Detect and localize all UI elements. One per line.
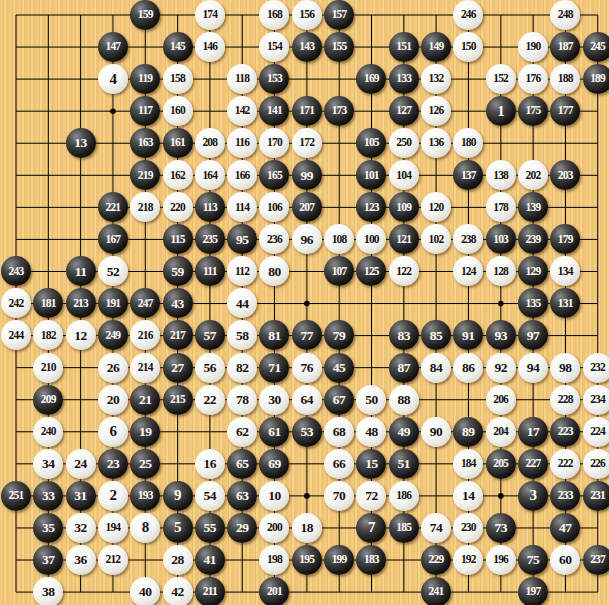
stone-black[interactable]: 37: [33, 545, 63, 575]
move-number: 17: [527, 424, 540, 438]
stone-white[interactable]: 4: [98, 64, 128, 94]
stone-white[interactable]: 204: [486, 417, 516, 447]
stone-white[interactable]: 136: [421, 128, 451, 158]
stone-black[interactable]: 1: [486, 96, 516, 126]
stone-white[interactable]: 18: [292, 513, 322, 543]
stone-white[interactable]: 40: [130, 577, 160, 605]
stone-black[interactable]: 185: [389, 513, 419, 543]
stone-black[interactable]: 157: [324, 0, 354, 30]
move-number: 234: [590, 393, 605, 405]
stone-white[interactable]: 120: [421, 192, 451, 222]
stone-black[interactable]: 207: [292, 192, 322, 222]
move-number: 76: [301, 360, 314, 374]
stone-white[interactable]: 90: [421, 417, 451, 447]
stone-black[interactable]: 119: [130, 64, 160, 94]
move-number: 138: [493, 169, 508, 181]
stone-black[interactable]: 23: [98, 449, 128, 479]
stone-black[interactable]: 141: [259, 96, 289, 126]
stone-white[interactable]: 8: [130, 513, 160, 543]
stone-white[interactable]: 52: [98, 256, 128, 286]
stone-black[interactable]: 171: [292, 96, 322, 126]
stone-white[interactable]: 184: [453, 449, 483, 479]
stone-white[interactable]: 154: [259, 32, 289, 62]
stone-white[interactable]: 180: [453, 128, 483, 158]
stone-white[interactable]: 194: [98, 513, 128, 543]
move-number: 207: [299, 201, 314, 213]
stone-white[interactable]: 146: [195, 32, 225, 62]
stone-black[interactable]: 43: [163, 288, 193, 318]
stone-white[interactable]: 200: [259, 513, 289, 543]
move-number: 65: [236, 456, 249, 470]
stone-black[interactable]: 211: [195, 577, 225, 605]
stone-black[interactable]: 35: [33, 513, 63, 543]
stone-black[interactable]: 203: [550, 160, 580, 190]
stone-black[interactable]: 165: [259, 160, 289, 190]
stone-black[interactable]: 103: [486, 224, 516, 254]
move-number: 172: [299, 137, 314, 149]
stone-white[interactable]: 240: [33, 417, 63, 447]
stone-black[interactable]: 167: [98, 224, 128, 254]
move-number: 245: [590, 41, 605, 53]
move-number: 228: [558, 393, 573, 405]
stone-black[interactable]: 187: [550, 32, 580, 62]
stone-black[interactable]: 13: [66, 128, 96, 158]
move-number: 26: [107, 360, 120, 374]
move-number: 121: [396, 233, 411, 245]
move-number: 198: [267, 554, 282, 566]
stone-black[interactable]: 217: [163, 320, 193, 350]
stone-white[interactable]: 192: [453, 545, 483, 575]
stone-black[interactable]: 95: [227, 224, 257, 254]
stone-black[interactable]: 49: [389, 417, 419, 447]
move-number: 210: [41, 361, 56, 373]
stone-black[interactable]: 177: [550, 96, 580, 126]
stone-white[interactable]: 152: [486, 64, 516, 94]
stone-white[interactable]: 84: [421, 353, 451, 383]
stone-black[interactable]: 79: [324, 320, 354, 350]
stone-white[interactable]: 44: [227, 288, 257, 318]
stone-black[interactable]: 209: [33, 385, 63, 415]
stone-black[interactable]: 195: [292, 545, 322, 575]
stone-white[interactable]: 198: [259, 545, 289, 575]
stone-white[interactable]: 60: [550, 545, 580, 575]
stone-white[interactable]: 38: [33, 577, 63, 605]
stone-white[interactable]: 54: [195, 481, 225, 511]
move-number: 199: [332, 554, 347, 566]
stone-black[interactable]: 175: [518, 96, 548, 126]
move-number: 197: [526, 586, 541, 598]
stone-black[interactable]: 5: [163, 513, 193, 543]
move-number: 166: [235, 169, 250, 181]
stone-black[interactable]: 101: [356, 160, 386, 190]
stone-white[interactable]: 208: [195, 128, 225, 158]
stone-black[interactable]: 91: [453, 320, 483, 350]
stone-black[interactable]: 55: [195, 513, 225, 543]
stone-white[interactable]: 220: [163, 192, 193, 222]
stone-white[interactable]: 172: [292, 128, 322, 158]
stone-black[interactable]: 109: [389, 192, 419, 222]
stone-black[interactable]: 153: [259, 64, 289, 94]
move-number: 41: [204, 553, 217, 567]
stone-white[interactable]: 202: [518, 160, 548, 190]
stone-black[interactable]: 197: [518, 577, 548, 605]
stone-black[interactable]: 199: [324, 545, 354, 575]
stone-black[interactable]: 243: [1, 256, 31, 286]
stone-white[interactable]: 76: [292, 353, 322, 383]
stone-black[interactable]: 77: [292, 320, 322, 350]
stone-white[interactable]: 188: [550, 64, 580, 94]
stone-black[interactable]: 163: [130, 128, 160, 158]
stone-white[interactable]: 36: [66, 545, 96, 575]
stone-white[interactable]: 212: [98, 545, 128, 575]
move-number: 118: [235, 73, 249, 85]
stone-black[interactable]: 247: [130, 288, 160, 318]
stone-black[interactable]: 251: [1, 481, 31, 511]
stone-white[interactable]: 246: [453, 0, 483, 30]
stone-white[interactable]: 248: [550, 0, 580, 30]
stone-black[interactable]: 219: [130, 160, 160, 190]
move-number: 157: [332, 9, 347, 21]
stone-white[interactable]: 2: [98, 481, 128, 511]
stone-black[interactable]: 129: [518, 256, 548, 286]
move-number: 201: [267, 586, 282, 598]
stone-white[interactable]: 82: [227, 353, 257, 383]
stone-black[interactable]: 97: [518, 320, 548, 350]
stone-black[interactable]: 25: [130, 449, 160, 479]
stone-white[interactable]: 48: [356, 417, 386, 447]
stone-black[interactable]: 159: [130, 0, 160, 30]
move-number: 150: [461, 41, 476, 53]
move-number: 108: [332, 233, 347, 245]
stone-white[interactable]: 92: [486, 353, 516, 383]
stone-black[interactable]: 93: [486, 320, 516, 350]
stone-white[interactable]: 30: [259, 385, 289, 415]
stone-black[interactable]: 3: [518, 481, 548, 511]
stone-white[interactable]: 68: [324, 417, 354, 447]
stone-black[interactable]: 85: [421, 320, 451, 350]
stone-white[interactable]: 80: [259, 256, 289, 286]
stone-black[interactable]: 69: [259, 449, 289, 479]
stone-black[interactable]: 223: [550, 417, 580, 447]
stone-black[interactable]: 245: [583, 32, 609, 62]
stone-black[interactable]: 147: [98, 32, 128, 62]
stone-black[interactable]: 117: [130, 96, 160, 126]
move-number: 227: [526, 457, 541, 469]
stone-white[interactable]: 12: [66, 320, 96, 350]
stone-black[interactable]: 143: [292, 32, 322, 62]
move-number: 174: [202, 9, 217, 21]
move-number: 222: [558, 457, 573, 469]
stone-white[interactable]: 70: [324, 481, 354, 511]
stone-black[interactable]: 127: [389, 96, 419, 126]
stone-black[interactable]: 41: [195, 545, 225, 575]
stone-white[interactable]: 196: [486, 545, 516, 575]
move-number: 107: [332, 265, 347, 277]
stone-white[interactable]: 218: [130, 192, 160, 222]
move-number: 125: [364, 265, 379, 277]
move-number: 28: [171, 553, 184, 567]
move-number: 185: [396, 522, 411, 534]
stone-black[interactable]: 87: [389, 353, 419, 383]
stone-white[interactable]: 228: [550, 385, 580, 415]
stone-white[interactable]: 234: [583, 385, 609, 415]
stone-white[interactable]: 124: [453, 256, 483, 286]
stone-black[interactable]: 115: [163, 224, 193, 254]
stone-white[interactable]: 244: [1, 320, 31, 350]
stone-black[interactable]: 99: [292, 160, 322, 190]
stone-white[interactable]: 158: [163, 64, 193, 94]
stone-white[interactable]: 186: [389, 481, 419, 511]
stone-black[interactable]: 249: [98, 320, 128, 350]
stone-black[interactable]: 75: [518, 545, 548, 575]
move-number: 169: [364, 73, 379, 85]
stone-white[interactable]: 94: [518, 353, 548, 383]
stone-black[interactable]: 191: [98, 288, 128, 318]
move-number: 137: [461, 169, 476, 181]
stone-white[interactable]: 216: [130, 320, 160, 350]
stone-black[interactable]: 17: [518, 417, 548, 447]
stone-black[interactable]: 59: [163, 256, 193, 286]
stone-black[interactable]: 81: [259, 320, 289, 350]
stone-white[interactable]: 182: [33, 320, 63, 350]
stone-white[interactable]: 62: [227, 417, 257, 447]
stone-white[interactable]: 78: [227, 385, 257, 415]
stone-black[interactable]: 241: [421, 577, 451, 605]
stone-black[interactable]: 29: [227, 513, 257, 543]
stone-white[interactable]: 22: [195, 385, 225, 415]
stone-white[interactable]: 114: [227, 192, 257, 222]
stone-white[interactable]: 164: [195, 160, 225, 190]
stone-white[interactable]: 178: [486, 192, 516, 222]
stone-white[interactable]: 34: [33, 449, 63, 479]
stone-white[interactable]: 156: [292, 0, 322, 30]
stone-white[interactable]: 74: [421, 513, 451, 543]
stone-black[interactable]: 131: [550, 288, 580, 318]
stone-white[interactable]: 56: [195, 353, 225, 383]
stone-white[interactable]: 126: [421, 96, 451, 126]
move-number: 131: [558, 297, 573, 309]
stone-white[interactable]: 160: [163, 96, 193, 126]
stone-black[interactable]: 67: [324, 385, 354, 415]
stone-black[interactable]: 125: [356, 256, 386, 286]
stone-white[interactable]: 142: [227, 96, 257, 126]
go-board[interactable]: 1591741681561572462481471451461541431551…: [0, 0, 609, 605]
move-number: 43: [171, 296, 184, 310]
stone-black[interactable]: 123: [356, 192, 386, 222]
move-number: 1: [497, 103, 504, 118]
stone-black[interactable]: 63: [227, 481, 257, 511]
stone-black[interactable]: 133: [389, 64, 419, 94]
move-number: 195: [299, 554, 314, 566]
stone-white[interactable]: 250: [389, 128, 419, 158]
stone-white[interactable]: 14: [453, 481, 483, 511]
move-number: 182: [41, 329, 56, 341]
stone-black[interactable]: 21: [130, 385, 160, 415]
stone-white[interactable]: 232: [583, 353, 609, 383]
stone-white[interactable]: 230: [453, 513, 483, 543]
stone-black[interactable]: 135: [518, 288, 548, 318]
stone-white[interactable]: 242: [1, 288, 31, 318]
stone-white[interactable]: 150: [453, 32, 483, 62]
stone-white[interactable]: 116: [227, 128, 257, 158]
stone-black[interactable]: 111: [195, 256, 225, 286]
stone-white[interactable]: 64: [292, 385, 322, 415]
stone-black[interactable]: 233: [550, 481, 580, 511]
move-number: 105: [364, 137, 379, 149]
stone-white[interactable]: 42: [163, 577, 193, 605]
stone-black[interactable]: 227: [518, 449, 548, 479]
stone-black[interactable]: 31: [66, 481, 96, 511]
stone-white[interactable]: 86: [453, 353, 483, 383]
stone-black[interactable]: 61: [259, 417, 289, 447]
move-number: 72: [365, 488, 378, 502]
stone-white[interactable]: 210: [33, 353, 63, 383]
stone-black[interactable]: 27: [163, 353, 193, 383]
stone-white[interactable]: 132: [421, 64, 451, 94]
stone-white[interactable]: 108: [324, 224, 354, 254]
stone-black[interactable]: 107: [324, 256, 354, 286]
stone-black[interactable]: 53: [292, 417, 322, 447]
stone-black[interactable]: 155: [324, 32, 354, 62]
stone-white[interactable]: 118: [227, 64, 257, 94]
stone-white[interactable]: 206: [486, 385, 516, 415]
stone-black[interactable]: 149: [421, 32, 451, 62]
stone-black[interactable]: 71: [259, 353, 289, 383]
stone-white[interactable]: 168: [259, 0, 289, 30]
stone-black[interactable]: 239: [518, 224, 548, 254]
stone-white[interactable]: 226: [583, 449, 609, 479]
stone-white[interactable]: 106: [259, 192, 289, 222]
move-number: 23: [107, 456, 120, 470]
stone-white[interactable]: 112: [227, 256, 257, 286]
move-number: 171: [299, 105, 314, 117]
stone-black[interactable]: 47: [550, 513, 580, 543]
move-number: 223: [558, 425, 573, 437]
stone-black[interactable]: 105: [356, 128, 386, 158]
move-number: 152: [493, 73, 508, 85]
stone-black[interactable]: 231: [583, 481, 609, 511]
stone-white[interactable]: 96: [292, 224, 322, 254]
stone-white[interactable]: 134: [550, 256, 580, 286]
stone-black[interactable]: 9: [163, 481, 193, 511]
stone-black[interactable]: 121: [389, 224, 419, 254]
board-grid[interactable]: 1591741681561572462481471451461541431551…: [0, 0, 609, 605]
move-number: 187: [558, 41, 573, 53]
stone-white[interactable]: 102: [421, 224, 451, 254]
stone-white[interactable]: 88: [389, 385, 419, 415]
stone-white[interactable]: 214: [130, 353, 160, 383]
stone-white[interactable]: 28: [163, 545, 193, 575]
stone-white[interactable]: 100: [356, 224, 386, 254]
stone-white[interactable]: 190: [518, 32, 548, 62]
stone-white[interactable]: 32: [66, 513, 96, 543]
stone-black[interactable]: 33: [33, 481, 63, 511]
stone-black[interactable]: 151: [389, 32, 419, 62]
stone-black[interactable]: 113: [195, 192, 225, 222]
move-number: 94: [527, 360, 540, 374]
stone-white[interactable]: 6: [98, 417, 128, 447]
stone-white[interactable]: 176: [518, 64, 548, 94]
move-number: 61: [268, 424, 281, 438]
stone-white[interactable]: 98: [550, 353, 580, 383]
stone-white[interactable]: 10: [259, 481, 289, 511]
stone-black[interactable]: 183: [356, 545, 386, 575]
stone-black[interactable]: 15: [356, 449, 386, 479]
stone-black[interactable]: 205: [486, 449, 516, 479]
stone-black[interactable]: 169: [356, 64, 386, 94]
move-number: 31: [74, 488, 87, 502]
stone-black[interactable]: 139: [518, 192, 548, 222]
stone-black[interactable]: 229: [421, 545, 451, 575]
stone-black[interactable]: 213: [66, 288, 96, 318]
stone-black[interactable]: 237: [583, 545, 609, 575]
stone-black[interactable]: 179: [550, 224, 580, 254]
stone-black[interactable]: 11: [66, 256, 96, 286]
stone-white[interactable]: 66: [324, 449, 354, 479]
stone-black[interactable]: 145: [163, 32, 193, 62]
stone-black[interactable]: 51: [389, 449, 419, 479]
stone-black[interactable]: 193: [130, 481, 160, 511]
move-number: 203: [558, 169, 573, 181]
stone-white[interactable]: 236: [259, 224, 289, 254]
stone-white[interactable]: 16: [195, 449, 225, 479]
stone-black[interactable]: 201: [259, 577, 289, 605]
stone-black[interactable]: 45: [324, 353, 354, 383]
stone-black[interactable]: 221: [98, 192, 128, 222]
move-number: 213: [73, 297, 88, 309]
stone-black[interactable]: 173: [324, 96, 354, 126]
stone-black[interactable]: 19: [130, 417, 160, 447]
stone-black[interactable]: 181: [33, 288, 63, 318]
stone-white[interactable]: 50: [356, 385, 386, 415]
stone-white[interactable]: 58: [227, 320, 257, 350]
move-number: 114: [235, 201, 249, 213]
stone-black[interactable]: 215: [163, 385, 193, 415]
stone-black[interactable]: 65: [227, 449, 257, 479]
stone-white[interactable]: 170: [259, 128, 289, 158]
stone-white[interactable]: 72: [356, 481, 386, 511]
stone-white[interactable]: 222: [550, 449, 580, 479]
stone-black[interactable]: 89: [453, 417, 483, 447]
move-number: 219: [138, 169, 153, 181]
stone-white[interactable]: 128: [486, 256, 516, 286]
stone-black[interactable]: 189: [583, 64, 609, 94]
stone-white[interactable]: 138: [486, 160, 516, 190]
stone-white[interactable]: 104: [389, 160, 419, 190]
stone-white[interactable]: 122: [389, 256, 419, 286]
stone-white[interactable]: 162: [163, 160, 193, 190]
stone-black[interactable]: 7: [356, 513, 386, 543]
stone-black[interactable]: 57: [195, 320, 225, 350]
stone-black[interactable]: 161: [163, 128, 193, 158]
stone-white[interactable]: 238: [453, 224, 483, 254]
move-number: 127: [396, 105, 411, 117]
stone-black[interactable]: 73: [486, 513, 516, 543]
stone-white[interactable]: 174: [195, 0, 225, 30]
stone-white[interactable]: 20: [98, 385, 128, 415]
stone-white[interactable]: 166: [227, 160, 257, 190]
stone-black[interactable]: 83: [389, 320, 419, 350]
stone-black[interactable]: 137: [453, 160, 483, 190]
stone-white[interactable]: 224: [583, 417, 609, 447]
move-number: 205: [493, 457, 508, 469]
move-number: 181: [41, 297, 56, 309]
stone-white[interactable]: 26: [98, 353, 128, 383]
move-number: 109: [396, 201, 411, 213]
move-number: 6: [109, 424, 116, 439]
stone-white[interactable]: 24: [66, 449, 96, 479]
stone-black[interactable]: 235: [195, 224, 225, 254]
